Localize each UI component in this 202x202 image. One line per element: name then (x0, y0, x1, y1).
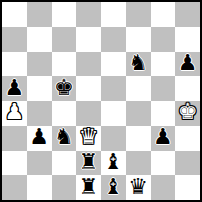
square-c4[interactable] (52, 101, 77, 126)
square-f5[interactable] (126, 76, 151, 101)
square-e3[interactable] (101, 126, 126, 151)
black-pawn-h6[interactable]: ♟ (178, 52, 198, 74)
black-bishop-e2[interactable]: ♝ (104, 151, 124, 173)
square-f1[interactable]: ♛ (126, 175, 151, 200)
square-a3[interactable] (2, 126, 27, 151)
square-a8[interactable] (2, 2, 27, 27)
square-c8[interactable] (52, 2, 77, 27)
square-e1[interactable]: ♝ (101, 175, 126, 200)
black-knight-f6[interactable]: ♞ (128, 52, 148, 74)
square-c3[interactable]: ♞ (52, 126, 77, 151)
chessboard: ♞♟♟♚♟♚♟♞♛♟♜♝♜♝♛ (0, 0, 202, 202)
square-f2[interactable] (126, 151, 151, 176)
square-d6[interactable] (76, 52, 101, 77)
square-g1[interactable] (151, 175, 176, 200)
black-knight-c3[interactable]: ♞ (54, 126, 74, 148)
white-king-h4[interactable]: ♚ (178, 101, 198, 123)
square-g8[interactable] (151, 2, 176, 27)
white-pawn-a4[interactable]: ♟ (5, 101, 25, 123)
square-g4[interactable] (151, 101, 176, 126)
square-f8[interactable] (126, 2, 151, 27)
square-h8[interactable] (175, 2, 200, 27)
square-d4[interactable] (76, 101, 101, 126)
square-d5[interactable] (76, 76, 101, 101)
square-b3[interactable]: ♟ (27, 126, 52, 151)
black-king-c5[interactable]: ♚ (54, 77, 74, 99)
square-g6[interactable] (151, 52, 176, 77)
square-e8[interactable] (101, 2, 126, 27)
square-c5[interactable]: ♚ (52, 76, 77, 101)
black-pawn-a5[interactable]: ♟ (5, 77, 25, 99)
square-b6[interactable] (27, 52, 52, 77)
square-g3[interactable]: ♟ (151, 126, 176, 151)
square-a5[interactable]: ♟ (2, 76, 27, 101)
square-g5[interactable] (151, 76, 176, 101)
square-h4[interactable]: ♚ (175, 101, 200, 126)
black-pawn-b3[interactable]: ♟ (29, 126, 49, 148)
square-d7[interactable] (76, 27, 101, 52)
square-b5[interactable] (27, 76, 52, 101)
square-h7[interactable] (175, 27, 200, 52)
square-g2[interactable] (151, 151, 176, 176)
square-b2[interactable] (27, 151, 52, 176)
square-b4[interactable] (27, 101, 52, 126)
square-f7[interactable] (126, 27, 151, 52)
square-a7[interactable] (2, 27, 27, 52)
square-d1[interactable]: ♜ (76, 175, 101, 200)
black-rook-d2[interactable]: ♜ (79, 151, 99, 173)
black-bishop-e1[interactable]: ♝ (104, 176, 124, 198)
square-d8[interactable] (76, 2, 101, 27)
square-h1[interactable] (175, 175, 200, 200)
square-e2[interactable]: ♝ (101, 151, 126, 176)
square-c7[interactable] (52, 27, 77, 52)
square-f3[interactable] (126, 126, 151, 151)
square-e4[interactable] (101, 101, 126, 126)
square-a2[interactable] (2, 151, 27, 176)
square-e6[interactable] (101, 52, 126, 77)
white-queen-d3[interactable]: ♛ (79, 126, 99, 148)
square-h3[interactable] (175, 126, 200, 151)
square-c6[interactable] (52, 52, 77, 77)
square-b8[interactable] (27, 2, 52, 27)
square-d3[interactable]: ♛ (76, 126, 101, 151)
square-e7[interactable] (101, 27, 126, 52)
square-g7[interactable] (151, 27, 176, 52)
black-pawn-g3[interactable]: ♟ (153, 126, 173, 148)
square-e5[interactable] (101, 76, 126, 101)
square-b1[interactable] (27, 175, 52, 200)
square-b7[interactable] (27, 27, 52, 52)
square-a6[interactable] (2, 52, 27, 77)
square-f6[interactable]: ♞ (126, 52, 151, 77)
square-c1[interactable] (52, 175, 77, 200)
square-a4[interactable]: ♟ (2, 101, 27, 126)
black-queen-f1[interactable]: ♛ (128, 176, 148, 198)
square-f4[interactable] (126, 101, 151, 126)
square-a1[interactable] (2, 175, 27, 200)
square-d2[interactable]: ♜ (76, 151, 101, 176)
square-h2[interactable] (175, 151, 200, 176)
square-h5[interactable] (175, 76, 200, 101)
square-h6[interactable]: ♟ (175, 52, 200, 77)
black-rook-d1[interactable]: ♜ (79, 176, 99, 198)
square-c2[interactable] (52, 151, 77, 176)
